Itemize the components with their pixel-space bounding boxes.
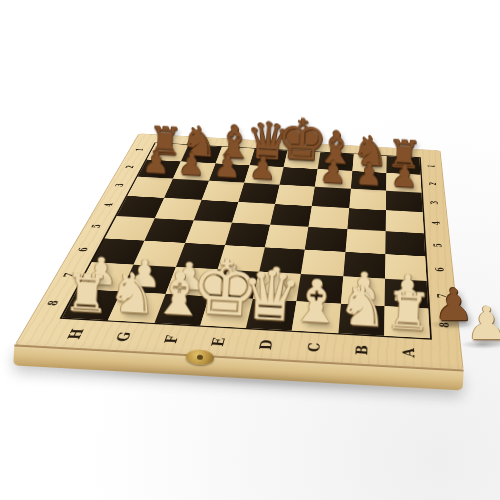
light-spare-pawn[interactable]: ♟ — [466, 302, 500, 346]
rank-label: 3 — [417, 197, 454, 209]
board-plane: ♜♞♝♛♚♝♞♜♟♟♟♟♟♟♟♟♟♟♟♟♟♟♜♞♝♚♛♝♞♜ HGFEDCBA … — [14, 134, 463, 371]
chess-board: ♜♞♝♛♚♝♞♜♟♟♟♟♟♟♟♟♟♟♟♟♟♟♜♞♝♚♛♝♞♜ — [60, 142, 432, 339]
dark-pawn[interactable]: ♟ — [213, 152, 242, 182]
square[interactable] — [270, 204, 312, 227]
dark-pawn[interactable]: ♟ — [178, 150, 207, 180]
square[interactable]: ♟ — [209, 163, 250, 183]
dark-pawn[interactable]: ♟ — [319, 158, 348, 188]
square[interactable] — [345, 229, 385, 254]
square[interactable] — [238, 183, 279, 204]
square[interactable] — [201, 181, 244, 202]
square[interactable]: ♟ — [351, 171, 387, 191]
light-queen[interactable]: ♛ — [239, 262, 303, 330]
rank-label: 6 — [420, 262, 462, 277]
dark-pawn[interactable]: ♟ — [249, 154, 278, 184]
square[interactable]: ♟ — [315, 169, 352, 189]
dark-pawn[interactable]: ♟ — [355, 160, 384, 190]
square[interactable]: ♛ — [246, 298, 297, 330]
square[interactable] — [275, 185, 315, 206]
square[interactable] — [347, 208, 386, 231]
rank-label: 8 — [27, 295, 80, 312]
wooden-chess-case: ♜♞♝♛♚♝♞♜♟♟♟♟♟♟♟♟♟♟♟♟♟♟♜♞♝♚♛♝♞♜ HGFEDCBA … — [3, 0, 486, 500]
rank-label: 2 — [110, 161, 150, 172]
light-pawn-glyph: ♟ — [466, 296, 500, 350]
rank-label: 3 — [99, 179, 140, 191]
square[interactable] — [349, 189, 386, 210]
square[interactable] — [309, 206, 349, 229]
square[interactable] — [232, 202, 275, 225]
rank-label: 7 — [44, 267, 94, 283]
rank-label: 6 — [60, 242, 108, 256]
rank-label: 5 — [419, 239, 459, 253]
square[interactable] — [225, 222, 270, 247]
square[interactable] — [265, 225, 309, 250]
rank-label: 4 — [87, 199, 130, 211]
rank-label: 4 — [418, 217, 456, 230]
square[interactable]: ♞ — [338, 303, 384, 335]
rank-label: 1 — [415, 161, 449, 171]
square[interactable]: ♟ — [244, 165, 284, 185]
light-knight[interactable]: ♞ — [336, 279, 388, 334]
square[interactable] — [280, 167, 318, 187]
rank-label: 5 — [74, 220, 119, 233]
square[interactable] — [305, 227, 347, 252]
square[interactable] — [145, 218, 194, 242]
rank-label: 1 — [121, 145, 159, 155]
square[interactable] — [312, 187, 351, 208]
rank-label: 2 — [416, 178, 451, 189]
light-knight[interactable]: ♞ — [107, 266, 159, 321]
chess-set-photo: ♜♞♝♛♚♝♞♜♟♟♟♟♟♟♟♟♟♟♟♟♟♟♜♞♝♚♛♝♞♜ HGFEDCBA … — [0, 0, 500, 500]
square[interactable] — [193, 200, 238, 223]
brass-clasp-icon[interactable] — [186, 349, 215, 366]
square[interactable]: ♚ — [284, 151, 321, 169]
